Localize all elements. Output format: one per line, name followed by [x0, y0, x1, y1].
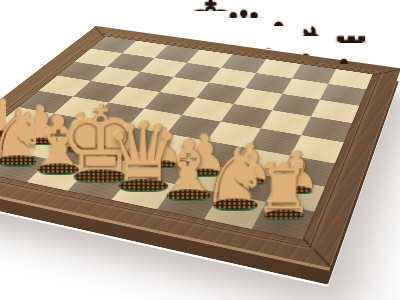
square-c3: [192, 141, 248, 170]
square-f2: [49, 139, 109, 168]
square-g3: [33, 113, 90, 138]
chess-board: ♜♞♝♛♚♝♞♜♟♟♟♟♟♟♟♟♟♟♟♟♟♟♟♟♜♞♝♛♚♝♞♜: [0, 26, 400, 268]
square-b4: [248, 128, 301, 155]
square-c2: [175, 161, 235, 193]
square-f1: [26, 159, 90, 190]
square-b1: [204, 193, 267, 229]
square-c4: [207, 122, 261, 148]
chess-set-photo: ♜♞♝♛♚♝♞♜♟♟♟♟♟♟♟♟♟♟♟♟♟♟♟♟♜♞♝♛♚♝♞♜: [0, 0, 400, 300]
square-a2: [266, 178, 325, 212]
square-h2: [0, 125, 33, 152]
square-h1: [0, 144, 10, 173]
square-e1: [68, 167, 132, 199]
square-g2: [10, 132, 70, 160]
board-frame: [0, 26, 400, 268]
square-e2: [90, 146, 150, 176]
square-d3: [150, 133, 207, 161]
square-a4: [291, 135, 344, 163]
square-f3: [71, 120, 128, 146]
square-b3: [235, 148, 291, 178]
square-c1: [157, 184, 220, 219]
square-d2: [132, 154, 192, 185]
frame-miter-joint: [372, 69, 400, 76]
square-e3: [110, 127, 167, 154]
frame-miter-joint: [302, 237, 332, 267]
square-a1: [252, 202, 314, 240]
square-d4: [167, 115, 221, 141]
square-a3: [279, 156, 335, 187]
square-b2: [220, 169, 279, 202]
square-a5: [301, 117, 352, 143]
frame-miter-joint: [94, 26, 106, 37]
square-d1: [112, 176, 175, 210]
square-g1: [0, 152, 49, 182]
